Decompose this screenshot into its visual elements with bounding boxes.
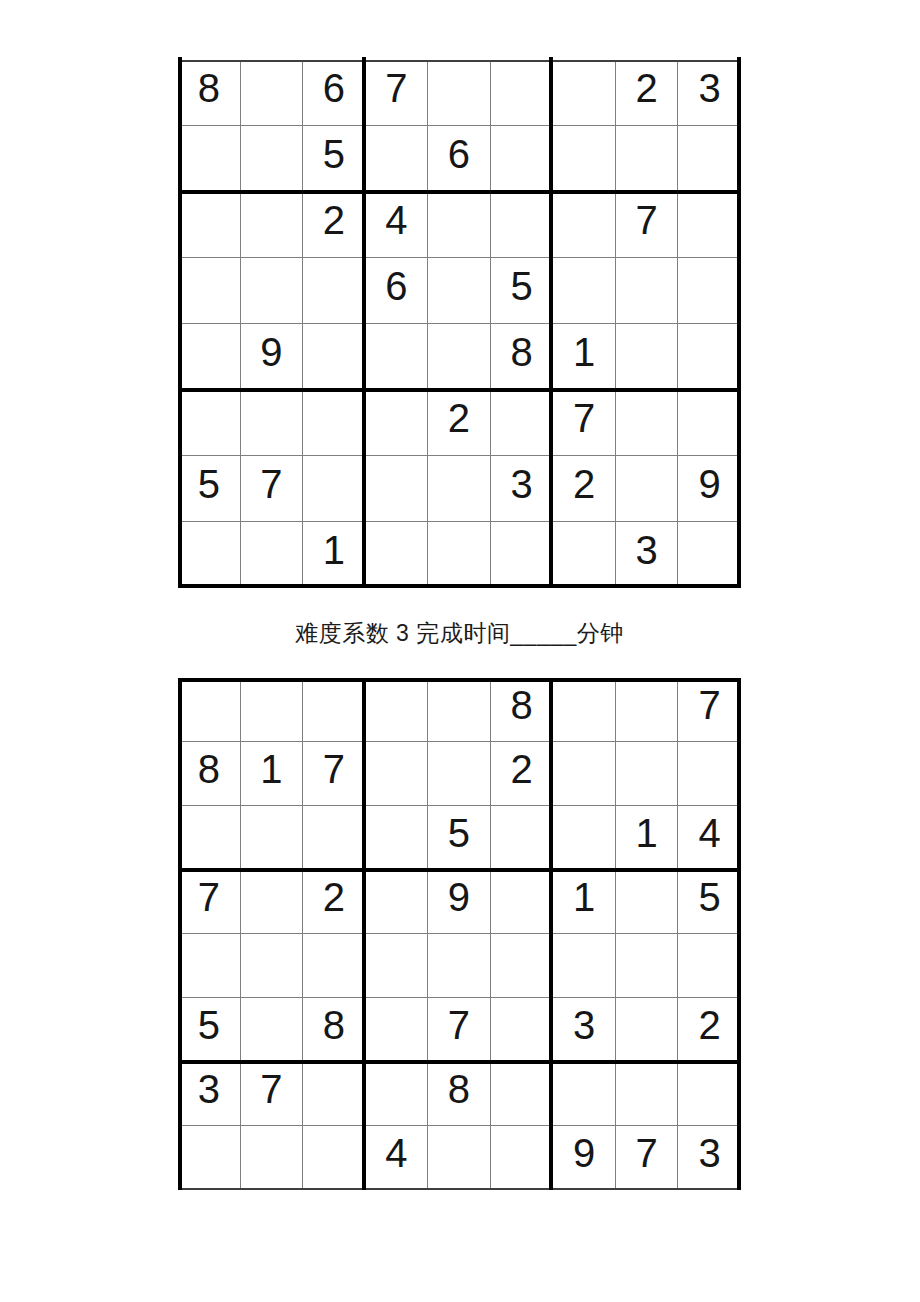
puzzle-top-cell-r4c4: 6: [366, 258, 429, 324]
puzzle-bottom-cell-r4c7: 1: [553, 870, 616, 934]
puzzle-top-cell-r7c4: [366, 456, 429, 522]
puzzle-top-cell-r5c4: [366, 324, 429, 390]
puzzle-top-cell-r6c1: [178, 390, 241, 456]
puzzle-bottom-cell-r7c8: [616, 1062, 679, 1126]
puzzle-bottom-cell-r3c9: 4: [678, 806, 741, 870]
document-page: 867235624765981275732913 难度系数 3 完成时间____…: [0, 0, 920, 1302]
puzzle-top-cell-r1c2: [241, 60, 304, 126]
puzzle-top-cell-r4c1: [178, 258, 241, 324]
puzzle-top-cell-r7c1: 5: [178, 456, 241, 522]
puzzle-top-cell-r8c6: [491, 522, 554, 588]
puzzle-top-cell-r8c3: 1: [303, 522, 366, 588]
puzzle-top-cell-r6c9: [678, 390, 741, 456]
grid1-bottom-border: [178, 584, 741, 588]
puzzle-top-cell-r2c6: [491, 126, 554, 192]
grid2-band-divider-2: [178, 1060, 741, 1064]
puzzle-top-cell-r1c3: 6: [303, 60, 366, 126]
puzzle-bottom-cell-r6c6: [491, 998, 554, 1062]
puzzle-top-cell-r6c4: [366, 390, 429, 456]
puzzle-bottom-cell-r2c6: 2: [491, 742, 554, 806]
puzzle-bottom-cell-r5c8: [616, 934, 679, 998]
puzzle-bottom-cell-r2c7: [553, 742, 616, 806]
puzzle-bottom-cell-r8c2: [241, 1126, 304, 1190]
puzzle-top-cell-r6c5: 2: [428, 390, 491, 456]
grid2-left-border: [178, 678, 182, 1190]
puzzle-bottom-cell-r3c1: [178, 806, 241, 870]
puzzle-bottom-cell-r2c4: [366, 742, 429, 806]
puzzle-bottom-cell-r6c5: 7: [428, 998, 491, 1062]
puzzle-top-cell-r1c8: 2: [616, 60, 679, 126]
puzzle-top-cell-r1c6: [491, 60, 554, 126]
grid1-band-divider-2: [178, 388, 741, 392]
puzzle-top-cell-r7c3: [303, 456, 366, 522]
puzzle-bottom-cell-r6c9: 2: [678, 998, 741, 1062]
puzzle-top-cell-r3c4: 4: [366, 192, 429, 258]
puzzle-bottom-cell-r1c9: 7: [678, 678, 741, 742]
puzzle-bottom-cell-r6c1: 5: [178, 998, 241, 1062]
sudoku-grid-bottom: 87817251472915587323784973: [178, 678, 741, 1190]
puzzle-bottom-cell-r7c7: [553, 1062, 616, 1126]
puzzle-bottom-cell-r6c7: 3: [553, 998, 616, 1062]
puzzle-top-cell-r7c6: 3: [491, 456, 554, 522]
puzzle-top-cell-r8c8: 3: [616, 522, 679, 588]
puzzle-top-cell-r1c9: 3: [678, 60, 741, 126]
grid2-right-border: [737, 678, 741, 1190]
puzzle-top-cell-r5c6: 8: [491, 324, 554, 390]
puzzle-bottom-cell-r7c3: [303, 1062, 366, 1126]
puzzle-bottom-cell-r3c8: 1: [616, 806, 679, 870]
puzzle-top-cell-r4c6: 5: [491, 258, 554, 324]
puzzle-top-cell-r2c4: [366, 126, 429, 192]
grid2-box-divider-2: [549, 678, 553, 1190]
difficulty-caption: 难度系数 3 完成时间_____分钟: [178, 612, 741, 654]
puzzle-top-cell-r8c5: [428, 522, 491, 588]
puzzle-bottom-cell-r6c4: [366, 998, 429, 1062]
puzzle-top-cell-r4c5: [428, 258, 491, 324]
grid2-bottom-cut-line: [178, 1188, 741, 1190]
grid2-band-divider-1: [178, 868, 741, 872]
puzzle-bottom-cell-r3c6: [491, 806, 554, 870]
puzzle-bottom-cell-r2c1: 8: [178, 742, 241, 806]
puzzle-bottom-cell-r7c5: 8: [428, 1062, 491, 1126]
puzzle-top-cell-r2c1: [178, 126, 241, 192]
puzzle-bottom-cell-r2c3: 7: [303, 742, 366, 806]
puzzle-bottom-cell-r1c6: 8: [491, 678, 554, 742]
puzzle-bottom-cell-r2c9: [678, 742, 741, 806]
puzzle-top-cell-r1c4: 7: [366, 60, 429, 126]
puzzle-top-cell-r6c2: [241, 390, 304, 456]
puzzle-bottom-cell-r1c3: [303, 678, 366, 742]
puzzle-top-cell-r4c2: [241, 258, 304, 324]
puzzle-bottom-cell-r1c1: [178, 678, 241, 742]
puzzle-top-cell-r8c7: [553, 522, 616, 588]
puzzle-bottom-cell-r1c8: [616, 678, 679, 742]
puzzle-top-cell-r5c8: [616, 324, 679, 390]
grid1-right-border: [737, 57, 741, 588]
puzzle-bottom-cell-r1c4: [366, 678, 429, 742]
puzzle-top-cell-r7c7: 2: [553, 456, 616, 522]
grid2-box-divider-1: [362, 678, 366, 1190]
puzzle-bottom-cell-r1c5: [428, 678, 491, 742]
puzzle-bottom-cell-r8c5: [428, 1126, 491, 1190]
puzzle-top-cell-r1c1: 8: [178, 60, 241, 126]
puzzle-bottom-cell-r8c7: 9: [553, 1126, 616, 1190]
puzzle-top-cell-r5c7: 1: [553, 324, 616, 390]
puzzle-bottom-cell-r5c3: [303, 934, 366, 998]
puzzle-bottom-cell-r3c7: [553, 806, 616, 870]
puzzle-top-cell-r3c6: [491, 192, 554, 258]
puzzle-bottom-cell-r3c4: [366, 806, 429, 870]
puzzle-bottom-cell-r5c2: [241, 934, 304, 998]
puzzle-top-cell-r2c7: [553, 126, 616, 192]
puzzle-bottom-cell-r8c1: [178, 1126, 241, 1190]
puzzle-bottom-cell-r4c9: 5: [678, 870, 741, 934]
puzzle-bottom-cell-r6c3: 8: [303, 998, 366, 1062]
puzzle-bottom-cell-r7c9: [678, 1062, 741, 1126]
grid2-top-border: [178, 678, 741, 682]
puzzle-bottom-cell-r4c8: [616, 870, 679, 934]
puzzle-top-cell-r2c8: [616, 126, 679, 192]
puzzle-top-cell-r8c2: [241, 522, 304, 588]
grid1-box-divider-1: [362, 57, 366, 588]
puzzle-top-cell-r5c2: 9: [241, 324, 304, 390]
puzzle-top-cell-r2c5: 6: [428, 126, 491, 192]
puzzle-top-cell-r2c3: 5: [303, 126, 366, 192]
puzzle-top-cell-r4c7: [553, 258, 616, 324]
puzzle-bottom-cell-r5c1: [178, 934, 241, 998]
puzzle-bottom-cell-r4c1: 7: [178, 870, 241, 934]
puzzle-top-cell-r4c8: [616, 258, 679, 324]
puzzle-bottom-cell-r8c6: [491, 1126, 554, 1190]
puzzle-bottom-cell-r5c4: [366, 934, 429, 998]
puzzle-bottom-cell-r7c6: [491, 1062, 554, 1126]
puzzle-top-cell-r3c5: [428, 192, 491, 258]
puzzle-top-cell-r1c7: [553, 60, 616, 126]
puzzle-bottom-cell-r6c8: [616, 998, 679, 1062]
puzzle-top-cell-r1c5: [428, 60, 491, 126]
puzzle-bottom-cell-r8c3: [303, 1126, 366, 1190]
puzzle-bottom-cell-r3c3: [303, 806, 366, 870]
puzzle-bottom-cell-r2c2: 1: [241, 742, 304, 806]
puzzle-bottom-cell-r7c4: [366, 1062, 429, 1126]
puzzle-top-cell-r5c3: [303, 324, 366, 390]
puzzle-bottom-cell-r4c5: 9: [428, 870, 491, 934]
puzzle-top-cell-r6c3: [303, 390, 366, 456]
puzzle-bottom-cell-r7c2: 7: [241, 1062, 304, 1126]
puzzle-top-cell-r8c9: [678, 522, 741, 588]
puzzle-top-cell-r3c8: 7: [616, 192, 679, 258]
puzzle-bottom-cell-r4c2: [241, 870, 304, 934]
grid1-left-border: [178, 57, 182, 588]
puzzle-bottom-cell-r3c5: 5: [428, 806, 491, 870]
puzzle-bottom-cell-r1c2: [241, 678, 304, 742]
puzzle-top-cell-r6c8: [616, 390, 679, 456]
puzzle-bottom-cell-r6c2: [241, 998, 304, 1062]
puzzle-bottom-cell-r7c1: 3: [178, 1062, 241, 1126]
puzzle-top-cell-r8c1: [178, 522, 241, 588]
puzzle-top-cell-r8c4: [366, 522, 429, 588]
puzzle-bottom-cell-r3c2: [241, 806, 304, 870]
puzzle-bottom-cell-r5c6: [491, 934, 554, 998]
grid1-band-divider-1: [178, 190, 741, 194]
puzzle-bottom-cell-r8c4: 4: [366, 1126, 429, 1190]
puzzle-bottom-cell-r2c5: [428, 742, 491, 806]
puzzle-bottom-cell-r4c6: [491, 870, 554, 934]
grid1-box-divider-2: [549, 57, 553, 588]
puzzle-bottom-cell-r4c4: [366, 870, 429, 934]
puzzle-top-cell-r5c9: [678, 324, 741, 390]
puzzle-bottom-cell-r4c3: 2: [303, 870, 366, 934]
puzzle-top-cell-r2c2: [241, 126, 304, 192]
puzzle-top-cell-r7c2: 7: [241, 456, 304, 522]
puzzle-top-cell-r5c1: [178, 324, 241, 390]
puzzle-bottom-cell-r5c5: [428, 934, 491, 998]
puzzle-top-cell-r3c1: [178, 192, 241, 258]
puzzle-top-cell-r6c6: [491, 390, 554, 456]
puzzle-top-cell-r3c9: [678, 192, 741, 258]
puzzle-top-cell-r4c9: [678, 258, 741, 324]
puzzle-top-cell-r7c8: [616, 456, 679, 522]
puzzle-bottom-cell-r5c7: [553, 934, 616, 998]
sudoku-grid-top: 867235624765981275732913: [178, 60, 741, 588]
puzzle-top-cell-r2c9: [678, 126, 741, 192]
puzzle-top-cell-r6c7: 7: [553, 390, 616, 456]
grid1-top-cut-line: [178, 60, 741, 62]
puzzle-top-cell-r7c5: [428, 456, 491, 522]
puzzle-top-cell-r7c9: 9: [678, 456, 741, 522]
puzzle-top-cell-r5c5: [428, 324, 491, 390]
puzzle-bottom-cell-r2c8: [616, 742, 679, 806]
puzzle-top-cell-r3c2: [241, 192, 304, 258]
puzzle-bottom-cell-r8c9: 3: [678, 1126, 741, 1190]
puzzle-bottom-cell-r1c7: [553, 678, 616, 742]
puzzle-bottom-cell-r8c8: 7: [616, 1126, 679, 1190]
puzzle-top-cell-r4c3: [303, 258, 366, 324]
puzzle-top-cell-r3c7: [553, 192, 616, 258]
puzzle-top-cell-r3c3: 2: [303, 192, 366, 258]
puzzle-bottom-cell-r5c9: [678, 934, 741, 998]
